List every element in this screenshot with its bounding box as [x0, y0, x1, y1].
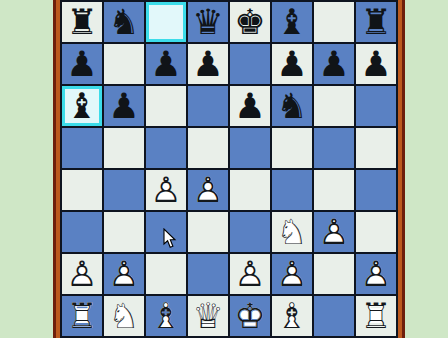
square-g3[interactable]: ♟♙	[314, 212, 354, 252]
square-c8[interactable]	[146, 2, 186, 42]
white-pawn-piece: ♟♙	[272, 254, 312, 294]
square-g2[interactable]	[314, 254, 354, 294]
black-pawn-piece: ♟	[272, 44, 312, 84]
black-pawn-piece: ♟	[188, 44, 228, 84]
square-e2[interactable]: ♟♙	[230, 254, 270, 294]
square-h2[interactable]: ♟♙	[356, 254, 396, 294]
square-b6[interactable]: ♟	[104, 86, 144, 126]
white-bishop-piece: ♝♗	[272, 296, 312, 336]
white-knight-piece: ♞♘	[104, 296, 144, 336]
square-d7[interactable]: ♟	[188, 44, 228, 84]
white-pawn-piece: ♟♙	[104, 254, 144, 294]
white-pawn-piece: ♟♙	[188, 170, 228, 210]
square-e3[interactable]	[230, 212, 270, 252]
black-bishop-piece: ♝	[62, 86, 102, 126]
white-pawn-piece: ♟♙	[146, 170, 186, 210]
black-king-piece: ♚	[230, 2, 270, 42]
square-e5[interactable]	[230, 128, 270, 168]
square-h3[interactable]	[356, 212, 396, 252]
square-d5[interactable]	[188, 128, 228, 168]
square-h5[interactable]	[356, 128, 396, 168]
square-c1[interactable]: ♝♗	[146, 296, 186, 336]
black-rook-piece: ♜	[62, 2, 102, 42]
square-h7[interactable]: ♟	[356, 44, 396, 84]
square-d8[interactable]: ♛	[188, 2, 228, 42]
square-g6[interactable]	[314, 86, 354, 126]
mouse-cursor	[163, 228, 177, 249]
square-f7[interactable]: ♟	[272, 44, 312, 84]
square-e8[interactable]: ♚	[230, 2, 270, 42]
square-b4[interactable]	[104, 170, 144, 210]
square-a1[interactable]: ♜♖	[62, 296, 102, 336]
square-b8[interactable]: ♞	[104, 2, 144, 42]
square-c2[interactable]	[146, 254, 186, 294]
square-a4[interactable]	[62, 170, 102, 210]
white-pawn-piece: ♟♙	[314, 212, 354, 252]
square-c6[interactable]	[146, 86, 186, 126]
black-pawn-piece: ♟	[104, 86, 144, 126]
square-d2[interactable]	[188, 254, 228, 294]
square-a2[interactable]: ♟♙	[62, 254, 102, 294]
square-c4[interactable]: ♟♙	[146, 170, 186, 210]
white-rook-piece: ♜♖	[62, 296, 102, 336]
black-pawn-piece: ♟	[230, 86, 270, 126]
square-g7[interactable]: ♟	[314, 44, 354, 84]
black-knight-piece: ♞	[272, 86, 312, 126]
square-h1[interactable]: ♜♖	[356, 296, 396, 336]
square-g5[interactable]	[314, 128, 354, 168]
square-f1[interactable]: ♝♗	[272, 296, 312, 336]
white-queen-piece: ♛♕	[188, 296, 228, 336]
square-g8[interactable]	[314, 2, 354, 42]
square-d6[interactable]	[188, 86, 228, 126]
square-f3[interactable]: ♞♘	[272, 212, 312, 252]
board-frame-right	[398, 0, 405, 338]
black-pawn-piece: ♟	[314, 44, 354, 84]
black-pawn-piece: ♟	[146, 44, 186, 84]
black-pawn-piece: ♟	[62, 44, 102, 84]
black-pawn-piece: ♟	[356, 44, 396, 84]
square-h8[interactable]: ♜	[356, 2, 396, 42]
white-king-piece: ♚♔	[230, 296, 270, 336]
square-g4[interactable]	[314, 170, 354, 210]
square-e7[interactable]	[230, 44, 270, 84]
square-b7[interactable]	[104, 44, 144, 84]
square-g1[interactable]	[314, 296, 354, 336]
black-bishop-piece: ♝	[272, 2, 312, 42]
square-d1[interactable]: ♛♕	[188, 296, 228, 336]
square-e6[interactable]: ♟	[230, 86, 270, 126]
square-b2[interactable]: ♟♙	[104, 254, 144, 294]
square-a5[interactable]	[62, 128, 102, 168]
square-f5[interactable]	[272, 128, 312, 168]
square-h6[interactable]	[356, 86, 396, 126]
white-knight-piece: ♞♘	[272, 212, 312, 252]
black-queen-piece: ♛	[188, 2, 228, 42]
square-b1[interactable]: ♞♘	[104, 296, 144, 336]
square-b5[interactable]	[104, 128, 144, 168]
square-f6[interactable]: ♞	[272, 86, 312, 126]
chess-board: ♜♞♛♚♝♜♟♟♟♟♟♟♝♟♟♞♟♙♟♙♞♘♟♙♟♙♟♙♟♙♟♙♟♙♜♖♞♘♝♗…	[60, 0, 398, 338]
square-d3[interactable]	[188, 212, 228, 252]
square-d4[interactable]: ♟♙	[188, 170, 228, 210]
black-rook-piece: ♜	[356, 2, 396, 42]
white-pawn-piece: ♟♙	[230, 254, 270, 294]
chess-app-window: { "game": "chess", "position": { "fen": …	[0, 0, 448, 338]
square-f2[interactable]: ♟♙	[272, 254, 312, 294]
square-a6[interactable]: ♝	[62, 86, 102, 126]
board-frame-left	[53, 0, 60, 338]
square-e4[interactable]	[230, 170, 270, 210]
square-e1[interactable]: ♚♔	[230, 296, 270, 336]
square-f4[interactable]	[272, 170, 312, 210]
square-c7[interactable]: ♟	[146, 44, 186, 84]
square-a7[interactable]: ♟	[62, 44, 102, 84]
white-bishop-piece: ♝♗	[146, 296, 186, 336]
square-h4[interactable]	[356, 170, 396, 210]
white-pawn-piece: ♟♙	[62, 254, 102, 294]
white-rook-piece: ♜♖	[356, 296, 396, 336]
square-c5[interactable]	[146, 128, 186, 168]
white-pawn-piece: ♟♙	[356, 254, 396, 294]
black-knight-piece: ♞	[104, 2, 144, 42]
square-b3[interactable]	[104, 212, 144, 252]
square-f8[interactable]: ♝	[272, 2, 312, 42]
square-a3[interactable]	[62, 212, 102, 252]
square-a8[interactable]: ♜	[62, 2, 102, 42]
